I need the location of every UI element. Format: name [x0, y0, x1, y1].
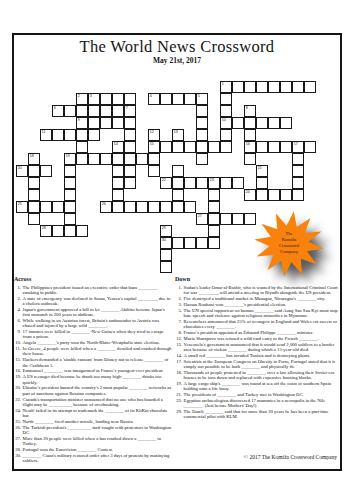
grid-cell[interactable]: [124, 141, 136, 153]
clue-text: A large cargo ship's ________ was found …: [184, 381, 340, 392]
grid-cell[interactable]: [184, 93, 196, 105]
clue-number: 22.: [14, 397, 23, 408]
grid-cell[interactable]: [52, 129, 64, 141]
grid-cell[interactable]: [196, 177, 208, 189]
clue: 1.The Philippines president issued an ex…: [14, 285, 172, 296]
grid-cell[interactable]: [76, 105, 88, 117]
grid-cell[interactable]: 28: [40, 225, 52, 237]
grid-cell[interactable]: [100, 105, 112, 117]
grid-cell[interactable]: [292, 165, 304, 177]
grid-cell[interactable]: [172, 141, 184, 153]
grid-cell[interactable]: [112, 105, 124, 117]
across-header: Across: [14, 276, 172, 283]
grid-cell[interactable]: [124, 201, 136, 213]
grid-cell[interactable]: [124, 177, 136, 189]
down-header: Down: [175, 276, 340, 283]
cell-number: 14: [114, 142, 118, 146]
clue: 13.Venezuela's government announced that…: [175, 342, 340, 353]
clue-text: A state of emergency was declared in San…: [23, 296, 172, 307]
grid-cell[interactable]: 4: [148, 93, 160, 105]
clue-number: 8.: [175, 330, 184, 335]
clue-number: 18.: [175, 370, 184, 381]
across-clues-section: Across 1.The Philippines president issue…: [14, 276, 172, 464]
clue-text: A US teenager died because he drank too …: [23, 374, 172, 385]
cell-number: 16: [246, 142, 250, 146]
clue-number: 5.: [175, 308, 184, 319]
grid-cell[interactable]: [172, 177, 184, 189]
clue-text: A small red ________ has invaded Tunisia…: [184, 353, 340, 358]
grid-cell[interactable]: [76, 225, 88, 237]
badge-line: Company: [253, 249, 325, 255]
clue-text: Hassan Rouhani won ________'s presidenti…: [184, 302, 340, 307]
clue-text: ________ Coast's military restored order…: [23, 453, 172, 464]
grid-cell[interactable]: [112, 153, 124, 165]
grid-cell[interactable]: [64, 105, 76, 117]
clue: 1.Sudan's leader Omar al-Bashir, who is …: [175, 285, 340, 296]
grid-cell[interactable]: [112, 93, 124, 105]
clue-number: 1.: [14, 285, 23, 296]
clue-text: France's president appointed as Édouard …: [184, 330, 340, 335]
cell-number: 4: [150, 94, 152, 98]
clue: 19.A US teenager died because he drank t…: [14, 374, 172, 385]
grid-cell[interactable]: [148, 153, 160, 165]
cell-number: 25: [18, 202, 22, 206]
grid-cell[interactable]: 22: [160, 177, 172, 189]
grid-cell[interactable]: 23: [208, 177, 220, 189]
clue: 7.Researchers announced that 25% of teen…: [175, 319, 340, 330]
grid-cell[interactable]: [232, 117, 244, 129]
grid-cell[interactable]: [52, 201, 64, 213]
cell-number: 6: [54, 106, 56, 110]
clue-number: 3.: [175, 302, 184, 307]
clue: 11.In Greece, 4 people were killed when …: [14, 346, 172, 357]
grid-cell[interactable]: [256, 177, 268, 189]
grid-cell[interactable]: 27: [196, 213, 208, 225]
clue-number: 27.: [14, 436, 23, 447]
grid-cell[interactable]: [28, 165, 40, 177]
cell-number: 18: [30, 154, 34, 158]
grid-cell[interactable]: [196, 129, 208, 141]
cell-number: 15: [150, 142, 154, 146]
grid-cell[interactable]: [292, 153, 304, 165]
grid-cell[interactable]: [76, 153, 88, 165]
grid-cell[interactable]: 10: [220, 117, 232, 129]
clue-text: Nestlé failed in its attempt to trademar…: [23, 408, 172, 419]
grid-cell[interactable]: [172, 237, 184, 249]
grid-cell[interactable]: 20: [16, 165, 28, 177]
cell-number: 22: [162, 178, 166, 182]
clue-text: Emmanuel ________ was inaugurated as Fra…: [23, 368, 172, 373]
grid-cell[interactable]: [220, 129, 232, 141]
clue: 23.Egyptian archaeologists discovered 17…: [175, 398, 340, 409]
cell-number: 3: [90, 94, 92, 98]
grid-cell[interactable]: [64, 177, 76, 189]
grid-cell[interactable]: [172, 189, 184, 201]
clue: 18.Thousands of people protested in ____…: [175, 370, 340, 381]
cell-number: 23: [210, 178, 214, 182]
grid-cell[interactable]: [256, 117, 268, 129]
grid-cell[interactable]: [52, 225, 64, 237]
grid-cell[interactable]: [64, 165, 76, 177]
grid-cell[interactable]: [280, 189, 292, 201]
clue-number: 17.: [175, 359, 184, 370]
grid-cell[interactable]: 7: [124, 105, 136, 117]
grid-cell[interactable]: [64, 213, 76, 225]
grid-cell[interactable]: [124, 165, 136, 177]
clue-number: 16.: [14, 368, 23, 373]
grid-cell[interactable]: [304, 141, 316, 153]
grid-cell[interactable]: [76, 129, 88, 141]
clue: 9.17 inmates were killed in ________-New…: [14, 329, 172, 340]
clue: 24.Nestlé failed in its attempt to trade…: [14, 408, 172, 419]
clue-text: Egyptian archaeologists discovered 17 mu…: [184, 398, 340, 409]
clue: 29.The Dutch ________ said that for more…: [175, 409, 340, 420]
cell-number: 2: [78, 94, 80, 98]
grid-cell[interactable]: [88, 117, 100, 129]
clue-text: Scientists at the European Congress on O…: [184, 359, 340, 370]
grid-cell[interactable]: [112, 177, 124, 189]
badge-text: TheKomižaCrosswordCompany: [253, 231, 325, 255]
grid-cell[interactable]: [136, 153, 148, 165]
clue-number: 11.: [14, 346, 23, 357]
clue-number: 2.: [14, 296, 23, 307]
grid-cell[interactable]: [256, 81, 268, 93]
clue-text: In Greece, 4 people were killed when a _…: [23, 346, 172, 357]
grid-cell[interactable]: 29: [160, 225, 172, 237]
clue-text: Sudan's leader Omar al-Bashir, who is wa…: [184, 285, 340, 296]
grid-cell[interactable]: [292, 177, 304, 189]
grid-cell[interactable]: [64, 129, 76, 141]
clue-number: 6.: [14, 318, 23, 329]
grid-cell[interactable]: [196, 105, 208, 117]
grid-cell[interactable]: [88, 153, 100, 165]
grid-cell[interactable]: [232, 213, 244, 225]
grid-cell[interactable]: [256, 141, 268, 153]
grid-cell[interactable]: [244, 153, 256, 165]
grid-cell[interactable]: [112, 201, 124, 213]
grid-cell[interactable]: 8: [244, 105, 256, 117]
grid-cell[interactable]: [220, 93, 232, 105]
grid-cell[interactable]: [112, 189, 124, 201]
grid-cell[interactable]: [268, 81, 280, 93]
across-clue-list: 1.The Philippines president issued an ex…: [14, 285, 172, 464]
copyright: © 2017 The Komiža Crossword Company: [244, 454, 337, 460]
clue-text: The Dutch ________ said that for more th…: [184, 409, 340, 420]
clue-text: Ukraine's president banned the country's…: [23, 385, 172, 396]
clue-number: 1.: [175, 285, 184, 296]
grid-cell[interactable]: [100, 117, 112, 129]
grid-cell[interactable]: [196, 153, 208, 165]
grid-cell[interactable]: 30: [160, 237, 172, 249]
cell-number: 28: [42, 226, 46, 230]
clue-number: 9.: [14, 329, 23, 340]
clue-text: More than 20 people were killed when a b…: [23, 436, 172, 447]
grid-cell[interactable]: [172, 93, 184, 105]
grid-cell[interactable]: [160, 249, 172, 261]
grid-cell[interactable]: [160, 93, 172, 105]
clue-number: 4.: [14, 307, 23, 318]
clue: 5.The UN special rapporteur on human ___…: [175, 308, 340, 319]
grid-cell[interactable]: [148, 201, 160, 213]
clue-text: 17 inmates were killed in ________-New G…: [23, 329, 172, 340]
cell-number: 7: [126, 106, 128, 110]
clue-text: The Philippines president issued an exec…: [23, 285, 172, 296]
clue-number: 23.: [175, 398, 184, 409]
clue-text: The UN special rapporteur on human _____…: [184, 308, 340, 319]
clue: 22.Canada's transportation minister anno…: [14, 397, 172, 408]
cell-number: 29: [162, 226, 166, 230]
grid-cell[interactable]: 21: [256, 165, 268, 177]
clue-text: The presidents of ________ and Turkey me…: [184, 392, 340, 397]
grid-cell[interactable]: [28, 201, 40, 213]
clue: 8.France's president appointed as Édouar…: [175, 330, 340, 335]
grid-cell[interactable]: [148, 165, 160, 177]
grid-cell[interactable]: [28, 189, 40, 201]
grid-cell[interactable]: [40, 201, 52, 213]
grid-cell[interactable]: [232, 177, 244, 189]
grid-cell[interactable]: 5: [196, 93, 208, 105]
grid-cell[interactable]: 26: [100, 201, 112, 213]
clue: 27.More than 20 people were killed when …: [14, 436, 172, 447]
clue-number: 10.: [14, 340, 23, 345]
clue: 14.A small red ________ has invaded Tuni…: [175, 353, 340, 358]
clue-number: 19.: [14, 374, 23, 385]
grid-cell[interactable]: [304, 81, 316, 93]
grid-cell[interactable]: [220, 141, 232, 153]
clue-text: Hackers demanded a 'sizable ransom' from…: [23, 357, 172, 368]
cell-number: 11: [42, 130, 46, 134]
grid-cell[interactable]: [88, 129, 100, 141]
grid-cell[interactable]: 16: [244, 141, 256, 153]
grid-cell[interactable]: [112, 117, 124, 129]
grid-cell[interactable]: [280, 141, 292, 153]
grid-cell[interactable]: [160, 201, 172, 213]
grid-cell[interactable]: 19: [64, 153, 76, 165]
grid-cell[interactable]: 11: [40, 129, 52, 141]
grid-cell[interactable]: 13: [172, 129, 184, 141]
puzzle-date: May 21st, 2017: [12, 56, 342, 65]
grid-cell[interactable]: 25: [16, 201, 28, 213]
grid-cell[interactable]: [268, 117, 280, 129]
clue-text: The Turkish president's __________ staff…: [23, 425, 172, 436]
grid-cell[interactable]: [196, 141, 208, 153]
grid-cell[interactable]: [184, 141, 196, 153]
grid-cell[interactable]: [124, 129, 136, 141]
grid-cell[interactable]: [208, 201, 220, 213]
puzzle-title: The World News Crossword: [12, 37, 342, 57]
grid-cell[interactable]: [292, 81, 304, 93]
clue-text: Portugal won the Eurovision ________ Con…: [23, 447, 172, 452]
grid-cell[interactable]: [208, 189, 220, 201]
cell-number: 10: [222, 118, 226, 122]
clue-number: 30.: [14, 453, 23, 464]
clue-number: 26.: [14, 425, 23, 436]
grid-cell[interactable]: [292, 189, 304, 201]
clue-text: Maria Sharapova was refused a wild card …: [184, 336, 340, 341]
grid-cell[interactable]: 15: [148, 141, 160, 153]
clue-text: Thousands of people protested in _______…: [184, 370, 340, 381]
grid-cell[interactable]: [40, 165, 52, 177]
grid-cell[interactable]: [280, 81, 292, 93]
grid-cell[interactable]: [88, 105, 100, 117]
clue: 30.________ Coast's military restored or…: [14, 453, 172, 464]
grid-cell[interactable]: 12: [148, 129, 160, 141]
grid-cell[interactable]: [28, 213, 40, 225]
grid-cell[interactable]: [124, 93, 136, 105]
cell-number: 24: [246, 190, 250, 194]
grid-cell[interactable]: [160, 141, 172, 153]
clue-number: 25.: [14, 419, 23, 424]
cell-number: 1: [222, 82, 224, 86]
grid-cell[interactable]: [208, 225, 220, 237]
grid-cell[interactable]: [196, 117, 208, 129]
clue-text: While walking in an Austrian forest, Bri…: [23, 318, 172, 329]
clue-number: 24.: [14, 408, 23, 419]
clue-number: 29.: [175, 409, 184, 420]
grid-cell[interactable]: 24: [244, 189, 256, 201]
cell-number: 5: [198, 94, 200, 98]
clue-number: 13.: [175, 342, 184, 353]
clue-number: 12.: [175, 336, 184, 341]
clue: 16.Emmanuel ________ was inaugurated as …: [14, 368, 172, 373]
clue-number: 21.: [175, 392, 184, 397]
clue-text: Venezuela's government announced that it…: [184, 342, 340, 353]
clue-number: 15.: [14, 357, 23, 368]
clue-number: 2.: [175, 296, 184, 301]
grid-cell[interactable]: [268, 189, 280, 201]
grid-cell[interactable]: 3: [88, 93, 100, 105]
page: The World News Crossword May 21st, 2017 …: [0, 0, 354, 500]
clue-number: 20.: [14, 385, 23, 396]
cell-number: 8: [246, 106, 248, 110]
grid-cell[interactable]: [244, 129, 256, 141]
grid-cell[interactable]: [172, 165, 184, 177]
cell-number: 17: [294, 142, 298, 146]
clue-text: Angela ________'s party won the North-Rh…: [23, 340, 172, 345]
clue: 3.Hassan Rouhani won ________'s presiden…: [175, 302, 340, 307]
cell-number: 19: [66, 154, 70, 158]
grid-cell[interactable]: [184, 201, 196, 213]
clue: 25.North ________ fired another missile,…: [14, 419, 172, 424]
down-clues-section: Down 1.Sudan's leader Omar al-Bashir, wh…: [175, 276, 340, 420]
clue-text: Researchers announced that 25% of teenag…: [184, 319, 340, 330]
clue-number: 28.: [14, 447, 23, 452]
clue-text: Canada's transportation minister announc…: [23, 397, 172, 408]
grid-cell[interactable]: [184, 177, 196, 189]
cell-number: 21: [258, 166, 262, 170]
grid-cell[interactable]: [220, 213, 232, 225]
clue: 4.Japan's government approved a bill to …: [14, 307, 172, 318]
grid-cell[interactable]: [124, 153, 136, 165]
cell-number: 13: [174, 130, 178, 134]
clue-text: Japan's government approved a bill to le…: [23, 307, 172, 318]
grid-cell[interactable]: [100, 153, 112, 165]
clue: 10.Angela ________'s party won the North…: [14, 340, 172, 345]
grid-cell[interactable]: 14: [112, 141, 124, 153]
grid-cell[interactable]: [196, 237, 208, 249]
grid-cell[interactable]: [124, 117, 136, 129]
grid-cell[interactable]: [64, 189, 76, 201]
grid-cell[interactable]: [76, 141, 88, 153]
grid-cell[interactable]: [208, 141, 220, 153]
clue: 15.Hackers demanded a 'sizable ransom' f…: [14, 357, 172, 368]
clue-number: 7.: [175, 319, 184, 330]
grid-cell[interactable]: [244, 81, 256, 93]
grid-cell[interactable]: [232, 81, 244, 93]
grid-cell[interactable]: [136, 201, 148, 213]
grid-cell[interactable]: [208, 213, 220, 225]
grid-cell[interactable]: [184, 237, 196, 249]
grid-cell[interactable]: [256, 189, 268, 201]
grid-cell[interactable]: 1: [220, 81, 232, 93]
grid-cell[interactable]: [280, 117, 292, 129]
clue: 12.Maria Sharapova was refused a wild ca…: [175, 336, 340, 341]
cell-number: 27: [198, 214, 202, 218]
grid-cell[interactable]: [220, 177, 232, 189]
grid-cell[interactable]: [220, 105, 232, 117]
grid-cell[interactable]: [112, 165, 124, 177]
clue: 19.A large cargo ship's ________ was fou…: [175, 381, 340, 392]
clue: 17.Scientists at the European Congress o…: [175, 359, 340, 370]
clue: 28.Portugal won the Eurovision ________ …: [14, 447, 172, 452]
down-clue-list: 1.Sudan's leader Omar al-Bashir, who is …: [175, 285, 340, 420]
clue: 21.The presidents of ________ and Turkey…: [175, 392, 340, 397]
clue: 26.The Turkish president's __________ st…: [14, 425, 172, 436]
clue: 2.Fire destroyed a traditional market in…: [175, 296, 340, 301]
grid-cell[interactable]: 2: [76, 93, 88, 105]
clue: 2.A state of emergency was declared in S…: [14, 296, 172, 307]
grid-cell[interactable]: 17: [292, 141, 304, 153]
clue-number: 19.: [175, 381, 184, 392]
grid-cell[interactable]: 18: [28, 153, 40, 165]
grid-cell[interactable]: [64, 201, 76, 213]
clue: 20.Ukraine's president banned the countr…: [14, 385, 172, 396]
cell-number: 9: [78, 118, 80, 122]
cell-number: 12: [150, 130, 154, 134]
grid-cell[interactable]: [64, 225, 76, 237]
clue-text: North ________ fired another missile, la…: [23, 419, 172, 424]
grid-cell[interactable]: [172, 201, 184, 213]
cell-number: 26: [102, 202, 106, 206]
grid-cell[interactable]: [244, 117, 256, 129]
cell-number: 30: [162, 238, 166, 242]
grid-cell[interactable]: [268, 141, 280, 153]
clue-number: 14.: [175, 353, 184, 358]
grid-cell[interactable]: 9: [76, 117, 88, 129]
grid-cell[interactable]: [208, 237, 220, 249]
clue: 6.While walking in an Austrian forest, B…: [14, 318, 172, 329]
cell-number: 20: [18, 166, 22, 170]
grid-cell[interactable]: [160, 261, 172, 273]
grid-cell[interactable]: 6: [52, 105, 64, 117]
clue-text: Fire destroyed a traditional market in M…: [184, 296, 340, 301]
grid-cell[interactable]: [28, 177, 40, 189]
grid-cell[interactable]: [100, 93, 112, 105]
